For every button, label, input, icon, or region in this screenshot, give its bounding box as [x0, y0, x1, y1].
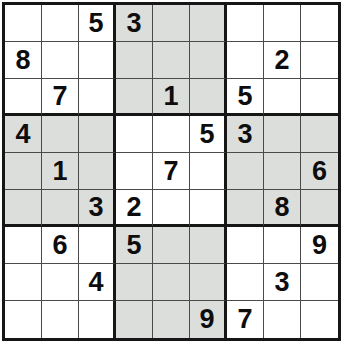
- cell-r3c1[interactable]: [5, 79, 42, 116]
- cell-r6c2[interactable]: [42, 190, 79, 227]
- cell-r7c5[interactable]: [153, 227, 190, 264]
- cell-r2c8[interactable]: 2: [264, 42, 301, 79]
- sudoku-puzzle-image: 53827154531763286594397: [0, 0, 346, 346]
- cell-r6c3[interactable]: 3: [79, 190, 116, 227]
- cell-r4c9[interactable]: [301, 116, 338, 153]
- cell-r9c2[interactable]: [42, 301, 79, 338]
- cell-r8c1[interactable]: [5, 264, 42, 301]
- cell-r8c3[interactable]: 4: [79, 264, 116, 301]
- cell-r5c6[interactable]: [190, 153, 227, 190]
- cell-r4c3[interactable]: [79, 116, 116, 153]
- cell-r2c9[interactable]: [301, 42, 338, 79]
- cell-r9c6[interactable]: 9: [190, 301, 227, 338]
- cell-r8c9[interactable]: [301, 264, 338, 301]
- cell-r1c6[interactable]: [190, 5, 227, 42]
- cell-r3c7[interactable]: 5: [227, 79, 264, 116]
- cell-r2c4[interactable]: [116, 42, 153, 79]
- cell-r9c7[interactable]: 7: [227, 301, 264, 338]
- cell-r2c7[interactable]: [227, 42, 264, 79]
- cell-r8c6[interactable]: [190, 264, 227, 301]
- cell-r4c8[interactable]: [264, 116, 301, 153]
- cell-r2c6[interactable]: [190, 42, 227, 79]
- cell-r5c8[interactable]: [264, 153, 301, 190]
- cell-r3c4[interactable]: [116, 79, 153, 116]
- cell-r5c1[interactable]: [5, 153, 42, 190]
- cell-r8c4[interactable]: [116, 264, 153, 301]
- cell-r5c2[interactable]: 1: [42, 153, 79, 190]
- cell-r6c6[interactable]: [190, 190, 227, 227]
- cell-r4c7[interactable]: 3: [227, 116, 264, 153]
- cell-r9c5[interactable]: [153, 301, 190, 338]
- cell-r7c6[interactable]: [190, 227, 227, 264]
- cell-r5c7[interactable]: [227, 153, 264, 190]
- cell-r9c9[interactable]: [301, 301, 338, 338]
- cell-r7c8[interactable]: [264, 227, 301, 264]
- cell-r1c1[interactable]: [5, 5, 42, 42]
- cell-r7c1[interactable]: [5, 227, 42, 264]
- cell-r9c4[interactable]: [116, 301, 153, 338]
- cell-r6c5[interactable]: [153, 190, 190, 227]
- cell-r4c2[interactable]: [42, 116, 79, 153]
- cell-r2c3[interactable]: [79, 42, 116, 79]
- cell-r2c2[interactable]: [42, 42, 79, 79]
- cell-r9c8[interactable]: [264, 301, 301, 338]
- cell-r8c2[interactable]: [42, 264, 79, 301]
- cell-r1c7[interactable]: [227, 5, 264, 42]
- cell-r9c3[interactable]: [79, 301, 116, 338]
- cell-r2c1[interactable]: 8: [5, 42, 42, 79]
- cell-r1c5[interactable]: [153, 5, 190, 42]
- cell-r6c1[interactable]: [5, 190, 42, 227]
- cell-r8c8[interactable]: 3: [264, 264, 301, 301]
- cell-r7c2[interactable]: 6: [42, 227, 79, 264]
- cell-r1c8[interactable]: [264, 5, 301, 42]
- cell-r5c9[interactable]: 6: [301, 153, 338, 190]
- cell-r1c4[interactable]: 3: [116, 5, 153, 42]
- cell-r5c3[interactable]: [79, 153, 116, 190]
- cell-r1c9[interactable]: [301, 5, 338, 42]
- cell-r5c5[interactable]: 7: [153, 153, 190, 190]
- cell-r3c5[interactable]: 1: [153, 79, 190, 116]
- cell-r3c2[interactable]: 7: [42, 79, 79, 116]
- cell-r4c5[interactable]: [153, 116, 190, 153]
- cell-r8c5[interactable]: [153, 264, 190, 301]
- cell-r2c5[interactable]: [153, 42, 190, 79]
- cell-r6c7[interactable]: [227, 190, 264, 227]
- cell-r1c2[interactable]: [42, 5, 79, 42]
- cell-r5c4[interactable]: [116, 153, 153, 190]
- cell-r6c9[interactable]: [301, 190, 338, 227]
- sudoku-board: 53827154531763286594397: [2, 2, 341, 341]
- cell-r6c4[interactable]: 2: [116, 190, 153, 227]
- cell-r7c9[interactable]: 9: [301, 227, 338, 264]
- cell-r7c3[interactable]: [79, 227, 116, 264]
- cell-r7c7[interactable]: [227, 227, 264, 264]
- cell-r3c3[interactable]: [79, 79, 116, 116]
- cell-r8c7[interactable]: [227, 264, 264, 301]
- cell-r3c9[interactable]: [301, 79, 338, 116]
- cell-r4c4[interactable]: [116, 116, 153, 153]
- cell-r3c8[interactable]: [264, 79, 301, 116]
- cell-r9c1[interactable]: [5, 301, 42, 338]
- cell-r6c8[interactable]: 8: [264, 190, 301, 227]
- cell-r4c6[interactable]: 5: [190, 116, 227, 153]
- cell-r4c1[interactable]: 4: [5, 116, 42, 153]
- cell-r3c6[interactable]: [190, 79, 227, 116]
- cell-r7c4[interactable]: 5: [116, 227, 153, 264]
- cell-r1c3[interactable]: 5: [79, 5, 116, 42]
